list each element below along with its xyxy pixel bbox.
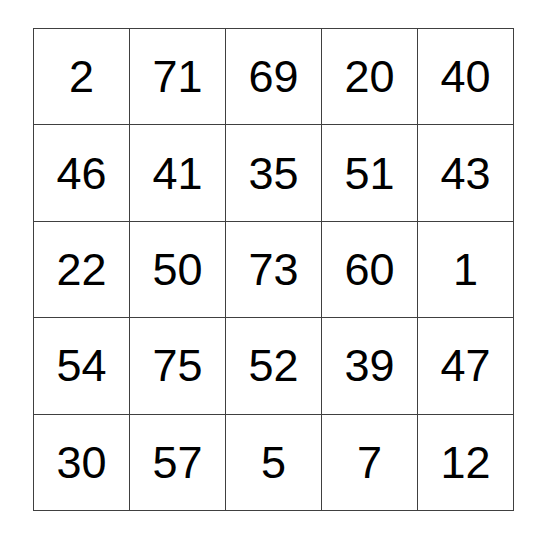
grid-cell-r4c5[interactable]: 47	[418, 318, 514, 414]
grid-cell-r4c1[interactable]: 54	[34, 318, 130, 414]
grid-cell-r3c5[interactable]: 1	[418, 222, 514, 318]
grid-cell-r5c3[interactable]: 5	[226, 415, 322, 511]
grid-cell-r2c1[interactable]: 46	[34, 125, 130, 221]
grid-cell-r5c2[interactable]: 57	[130, 415, 226, 511]
grid-cell-r1c1[interactable]: 2	[34, 29, 130, 125]
grid-cell-r4c4[interactable]: 39	[322, 318, 418, 414]
grid-cell-r3c2[interactable]: 50	[130, 222, 226, 318]
grid-cell-r5c1[interactable]: 30	[34, 415, 130, 511]
grid-cell-r1c3[interactable]: 69	[226, 29, 322, 125]
grid-cell-r1c4[interactable]: 20	[322, 29, 418, 125]
grid-cell-r3c1[interactable]: 22	[34, 222, 130, 318]
bingo-board: 2 71 69 20 40 46 41 35 51 43 22 50 73 60…	[33, 28, 514, 511]
grid-cell-r4c3[interactable]: 52	[226, 318, 322, 414]
grid-cell-r3c4[interactable]: 60	[322, 222, 418, 318]
grid-cell-r2c3[interactable]: 35	[226, 125, 322, 221]
grid-cell-r2c4[interactable]: 51	[322, 125, 418, 221]
grid-cell-r5c5[interactable]: 12	[418, 415, 514, 511]
grid-cell-r2c5[interactable]: 43	[418, 125, 514, 221]
grid-cell-r2c2[interactable]: 41	[130, 125, 226, 221]
grid-cell-r4c2[interactable]: 75	[130, 318, 226, 414]
grid-cell-r1c5[interactable]: 40	[418, 29, 514, 125]
grid-cell-r3c3[interactable]: 73	[226, 222, 322, 318]
grid-cell-r5c4[interactable]: 7	[322, 415, 418, 511]
grid-cell-r1c2[interactable]: 71	[130, 29, 226, 125]
